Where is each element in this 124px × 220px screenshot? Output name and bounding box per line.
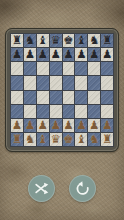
square-e3[interactable] (63, 105, 75, 118)
square-f1[interactable]: ♝ (75, 133, 87, 146)
square-b4[interactable] (24, 91, 36, 104)
piece-white-pawn[interactable]: ♟ (50, 119, 60, 131)
piece-white-rook[interactable]: ♜ (12, 133, 22, 145)
square-c3[interactable] (37, 105, 49, 118)
square-c6[interactable] (37, 62, 49, 75)
square-c2[interactable]: ♟ (37, 119, 49, 132)
square-h7[interactable]: ♟ (101, 48, 113, 61)
piece-white-pawn[interactable]: ♟ (12, 119, 22, 131)
square-a5[interactable] (11, 76, 23, 89)
square-d8[interactable]: ♛ (50, 34, 62, 47)
piece-black-knight[interactable]: ♞ (25, 34, 35, 46)
square-d5[interactable] (50, 76, 62, 89)
square-b7[interactable]: ♟ (24, 48, 36, 61)
square-h2[interactable]: ♟ (101, 119, 113, 132)
square-d4[interactable] (50, 91, 62, 104)
square-e2[interactable]: ♟ (63, 119, 75, 132)
piece-white-pawn[interactable]: ♟ (89, 119, 99, 131)
restart-circular-arrow-icon (74, 180, 91, 197)
square-c4[interactable] (37, 91, 49, 104)
square-f5[interactable] (75, 76, 87, 89)
square-g2[interactable]: ♟ (88, 119, 100, 132)
square-d6[interactable] (50, 62, 62, 75)
square-d2[interactable]: ♟ (50, 119, 62, 132)
square-f7[interactable]: ♟ (75, 48, 87, 61)
square-b1[interactable]: ♞ (24, 133, 36, 146)
square-f2[interactable]: ♟ (75, 119, 87, 132)
piece-black-pawn[interactable]: ♟ (38, 48, 48, 60)
square-f3[interactable] (75, 105, 87, 118)
square-b6[interactable] (24, 62, 36, 75)
piece-white-pawn[interactable]: ♟ (63, 119, 73, 131)
piece-white-knight[interactable]: ♞ (89, 133, 99, 145)
piece-white-pawn[interactable]: ♟ (76, 119, 86, 131)
square-e1[interactable]: ♚ (63, 133, 75, 146)
square-b3[interactable] (24, 105, 36, 118)
square-h1[interactable]: ♜ (101, 133, 113, 146)
square-h3[interactable] (101, 105, 113, 118)
square-c7[interactable]: ♟ (37, 48, 49, 61)
square-f6[interactable] (75, 62, 87, 75)
reset-button[interactable] (69, 175, 96, 202)
square-a4[interactable] (11, 91, 23, 104)
square-f8[interactable]: ♝ (75, 34, 87, 47)
shuffle-arrows-icon (33, 180, 50, 197)
piece-black-pawn[interactable]: ♟ (102, 48, 112, 60)
piece-white-pawn[interactable]: ♟ (102, 119, 112, 131)
shuffle-button[interactable] (28, 175, 55, 202)
piece-black-bishop[interactable]: ♝ (38, 34, 48, 46)
square-a1[interactable]: ♜ (11, 133, 23, 146)
piece-white-pawn[interactable]: ♟ (25, 119, 35, 131)
square-e4[interactable] (63, 91, 75, 104)
piece-white-queen[interactable]: ♛ (50, 133, 60, 145)
square-b8[interactable]: ♞ (24, 34, 36, 47)
piece-black-king[interactable]: ♚ (63, 34, 73, 46)
piece-white-bishop[interactable]: ♝ (76, 133, 86, 145)
square-e6[interactable] (63, 62, 75, 75)
square-e7[interactable]: ♟ (63, 48, 75, 61)
piece-white-rook[interactable]: ♜ (102, 133, 112, 145)
square-b2[interactable]: ♟ (24, 119, 36, 132)
piece-white-king[interactable]: ♚ (63, 133, 73, 145)
piece-black-rook[interactable]: ♜ (102, 34, 112, 46)
piece-black-knight[interactable]: ♞ (89, 34, 99, 46)
piece-black-bishop[interactable]: ♝ (76, 34, 86, 46)
square-g5[interactable] (88, 76, 100, 89)
square-e8[interactable]: ♚ (63, 34, 75, 47)
square-g8[interactable]: ♞ (88, 34, 100, 47)
chess-board-frame: ♜♞♝♛♚♝♞♜♟♟♟♟♟♟♟♟♟♟♟♟♟♟♟♟♜♞♝♛♚♝♞♜ (5, 28, 119, 152)
square-c5[interactable] (37, 76, 49, 89)
square-a3[interactable] (11, 105, 23, 118)
square-h5[interactable] (101, 76, 113, 89)
square-g7[interactable]: ♟ (88, 48, 100, 61)
piece-black-pawn[interactable]: ♟ (89, 48, 99, 60)
square-a6[interactable] (11, 62, 23, 75)
piece-white-knight[interactable]: ♞ (25, 133, 35, 145)
square-b5[interactable] (24, 76, 36, 89)
square-f4[interactable] (75, 91, 87, 104)
square-d3[interactable] (50, 105, 62, 118)
piece-black-pawn[interactable]: ♟ (63, 48, 73, 60)
piece-black-rook[interactable]: ♜ (12, 34, 22, 46)
square-a2[interactable]: ♟ (11, 119, 23, 132)
square-g1[interactable]: ♞ (88, 133, 100, 146)
piece-white-bishop[interactable]: ♝ (38, 133, 48, 145)
square-c8[interactable]: ♝ (37, 34, 49, 47)
chess-board[interactable]: ♜♞♝♛♚♝♞♜♟♟♟♟♟♟♟♟♟♟♟♟♟♟♟♟♜♞♝♛♚♝♞♜ (10, 33, 114, 147)
square-h8[interactable]: ♜ (101, 34, 113, 47)
square-d7[interactable]: ♟ (50, 48, 62, 61)
piece-black-pawn[interactable]: ♟ (76, 48, 86, 60)
square-g4[interactable] (88, 91, 100, 104)
square-a8[interactable]: ♜ (11, 34, 23, 47)
piece-black-pawn[interactable]: ♟ (50, 48, 60, 60)
square-h4[interactable] (101, 91, 113, 104)
square-g3[interactable] (88, 105, 100, 118)
square-a7[interactable]: ♟ (11, 48, 23, 61)
piece-white-pawn[interactable]: ♟ (38, 119, 48, 131)
piece-black-pawn[interactable]: ♟ (25, 48, 35, 60)
chess-app-screen: ♜♞♝♛♚♝♞♜♟♟♟♟♟♟♟♟♟♟♟♟♟♟♟♟♜♞♝♛♚♝♞♜ (0, 0, 124, 220)
piece-black-queen[interactable]: ♛ (50, 34, 60, 46)
square-c1[interactable]: ♝ (37, 133, 49, 146)
square-h6[interactable] (101, 62, 113, 75)
square-g6[interactable] (88, 62, 100, 75)
square-d1[interactable]: ♛ (50, 133, 62, 146)
square-e5[interactable] (63, 76, 75, 89)
piece-black-pawn[interactable]: ♟ (12, 48, 22, 60)
